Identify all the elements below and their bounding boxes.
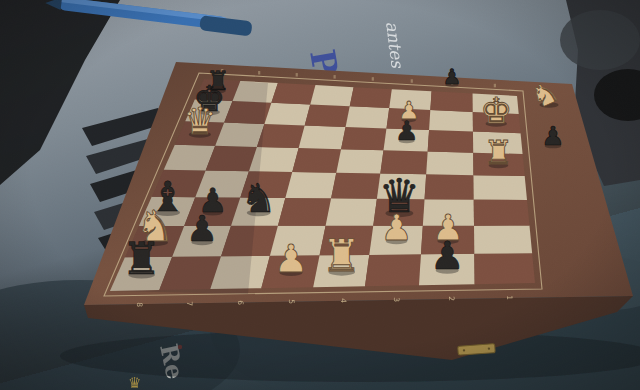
scene-canvas: P P antes Re ♛ 87654321 xyxy=(0,0,640,390)
photo-chess-scene: P P antes Re ♛ 87654321 xyxy=(0,0,640,390)
film-grain xyxy=(0,0,640,390)
